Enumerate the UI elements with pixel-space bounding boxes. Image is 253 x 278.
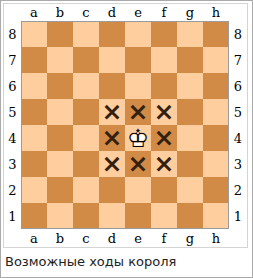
file-label-a-top: a	[21, 4, 47, 21]
board-corner	[4, 4, 21, 21]
square-g8[interactable]	[177, 21, 203, 47]
diagram-caption: Возможные ходы короля	[3, 248, 250, 270]
file-label-g-top: g	[177, 4, 203, 21]
move-mark-d3: ×	[99, 151, 125, 177]
file-label-b-top: b	[47, 4, 73, 21]
rank-label-8-right: 8	[229, 21, 247, 47]
file-label-d-bottom: d	[99, 229, 125, 247]
square-e4[interactable]: ♚♔	[125, 125, 151, 151]
file-label-f-top: f	[151, 4, 177, 21]
square-a5[interactable]	[21, 99, 47, 125]
rank-label-1-left: 1	[4, 203, 21, 229]
square-g1[interactable]	[177, 203, 203, 229]
square-c4[interactable]	[73, 125, 99, 151]
square-h2[interactable]	[203, 177, 229, 203]
square-d8[interactable]	[99, 21, 125, 47]
square-c1[interactable]	[73, 203, 99, 229]
square-f5[interactable]: ×	[151, 99, 177, 125]
square-a8[interactable]	[21, 21, 47, 47]
rank-label-7-left: 7	[4, 47, 21, 73]
file-label-e-top: e	[125, 4, 151, 21]
rank-label-3-left: 3	[4, 151, 21, 177]
square-b1[interactable]	[47, 203, 73, 229]
square-f3[interactable]: ×	[151, 151, 177, 177]
square-b6[interactable]	[47, 73, 73, 99]
move-mark-d5: ×	[99, 99, 125, 125]
square-b4[interactable]	[47, 125, 73, 151]
rank-label-6-left: 6	[4, 73, 21, 99]
rank-label-4-right: 4	[229, 125, 247, 151]
square-g4[interactable]	[177, 125, 203, 151]
square-e1[interactable]	[125, 203, 151, 229]
square-d7[interactable]	[99, 47, 125, 73]
square-d4[interactable]: ×	[99, 125, 125, 151]
square-h6[interactable]	[203, 73, 229, 99]
square-b8[interactable]	[47, 21, 73, 47]
square-f7[interactable]	[151, 47, 177, 73]
square-h3[interactable]	[203, 151, 229, 177]
rank-label-1-right: 1	[229, 203, 247, 229]
square-e3[interactable]: ×	[125, 151, 151, 177]
square-e7[interactable]	[125, 47, 151, 73]
square-c6[interactable]	[73, 73, 99, 99]
board-corner	[229, 4, 247, 21]
square-b3[interactable]	[47, 151, 73, 177]
square-a2[interactable]	[21, 177, 47, 203]
file-label-f-bottom: f	[151, 229, 177, 247]
square-g2[interactable]	[177, 177, 203, 203]
square-c5[interactable]	[73, 99, 99, 125]
board-corner	[4, 229, 21, 247]
square-h7[interactable]	[203, 47, 229, 73]
square-b2[interactable]	[47, 177, 73, 203]
square-e6[interactable]	[125, 73, 151, 99]
diagram-thumbnail-frame: abcdefgh8877665×××54×♚♔×43×××32211abcdef…	[0, 0, 253, 278]
rank-label-6-right: 6	[229, 73, 247, 99]
rank-label-3-right: 3	[229, 151, 247, 177]
square-g7[interactable]	[177, 47, 203, 73]
square-c3[interactable]	[73, 151, 99, 177]
file-label-d-top: d	[99, 4, 125, 21]
square-a6[interactable]	[21, 73, 47, 99]
white-king-piece[interactable]: ♚♔	[125, 125, 151, 151]
white-king-glyph-outline: ♔	[125, 125, 151, 151]
board-corner	[229, 229, 247, 247]
square-d1[interactable]	[99, 203, 125, 229]
chess-board: abcdefgh8877665×××54×♚♔×43×××32211abcdef…	[4, 4, 247, 247]
square-f6[interactable]	[151, 73, 177, 99]
square-d6[interactable]	[99, 73, 125, 99]
square-h4[interactable]	[203, 125, 229, 151]
file-label-h-bottom: h	[203, 229, 229, 247]
move-mark-f3: ×	[151, 151, 177, 177]
rank-label-5-right: 5	[229, 99, 247, 125]
move-mark-f4: ×	[151, 125, 177, 151]
square-d3[interactable]: ×	[99, 151, 125, 177]
rank-label-7-right: 7	[229, 47, 247, 73]
move-mark-e5: ×	[125, 99, 151, 125]
square-c8[interactable]	[73, 21, 99, 47]
square-a7[interactable]	[21, 47, 47, 73]
square-f8[interactable]	[151, 21, 177, 47]
chess-diagram-image: abcdefgh8877665×××54×♚♔×43×××32211abcdef…	[3, 3, 248, 248]
square-h8[interactable]	[203, 21, 229, 47]
file-label-e-bottom: e	[125, 229, 151, 247]
file-label-a-bottom: a	[21, 229, 47, 247]
square-f1[interactable]	[151, 203, 177, 229]
square-e5[interactable]: ×	[125, 99, 151, 125]
file-label-c-bottom: c	[73, 229, 99, 247]
square-d5[interactable]: ×	[99, 99, 125, 125]
square-e8[interactable]	[125, 21, 151, 47]
rank-label-2-right: 2	[229, 177, 247, 203]
file-label-c-top: c	[73, 4, 99, 21]
square-g5[interactable]	[177, 99, 203, 125]
square-b7[interactable]	[47, 47, 73, 73]
rank-label-5-left: 5	[4, 99, 21, 125]
file-label-b-bottom: b	[47, 229, 73, 247]
square-a4[interactable]	[21, 125, 47, 151]
file-label-g-bottom: g	[177, 229, 203, 247]
square-d2[interactable]	[99, 177, 125, 203]
move-mark-f5: ×	[151, 99, 177, 125]
square-e2[interactable]	[125, 177, 151, 203]
move-mark-e3: ×	[125, 151, 151, 177]
file-label-h-top: h	[203, 4, 229, 21]
move-mark-d4: ×	[99, 125, 125, 151]
rank-label-2-left: 2	[4, 177, 21, 203]
square-a3[interactable]	[21, 151, 47, 177]
square-g3[interactable]	[177, 151, 203, 177]
square-b5[interactable]	[47, 99, 73, 125]
rank-label-8-left: 8	[4, 21, 21, 47]
square-g6[interactable]	[177, 73, 203, 99]
square-f2[interactable]	[151, 177, 177, 203]
square-c2[interactable]	[73, 177, 99, 203]
square-h1[interactable]	[203, 203, 229, 229]
square-f4[interactable]: ×	[151, 125, 177, 151]
square-a1[interactable]	[21, 203, 47, 229]
rank-label-4-left: 4	[4, 125, 21, 151]
square-c7[interactable]	[73, 47, 99, 73]
square-h5[interactable]	[203, 99, 229, 125]
